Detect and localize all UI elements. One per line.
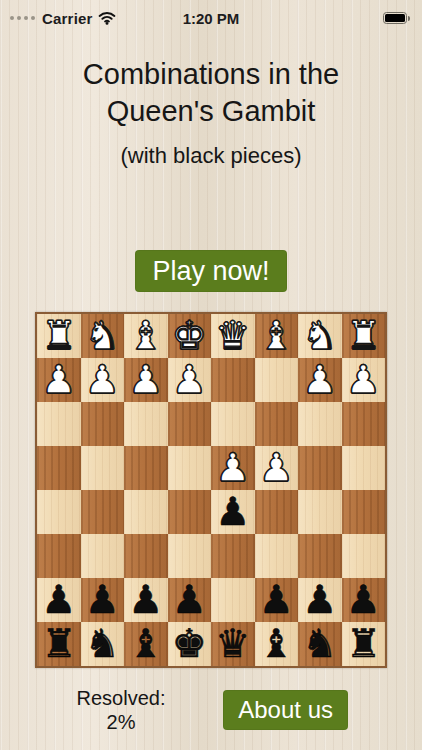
square-h1: ♜: [37, 314, 81, 358]
square-g7: ♟: [81, 578, 125, 622]
square-e4: [168, 446, 212, 490]
piece-black-B: ♝: [128, 622, 163, 666]
square-h7: ♟: [37, 578, 81, 622]
resolved-stat: Resolved: 2%: [60, 686, 182, 734]
cellular-signal-icon: [10, 16, 35, 20]
square-c2: [255, 358, 299, 402]
square-a7: ♟: [342, 578, 386, 622]
status-bar: Carrier 1:20 PM: [0, 0, 422, 30]
square-d1: ♛: [211, 314, 255, 358]
piece-white-P: ♟: [215, 446, 250, 490]
piece-white-R: ♜: [41, 314, 76, 358]
square-c5: [255, 490, 299, 534]
piece-black-K: ♚: [172, 622, 207, 666]
square-h2: ♟: [37, 358, 81, 402]
piece-white-K: ♚: [172, 314, 207, 358]
square-a5: [342, 490, 386, 534]
square-b4: [298, 446, 342, 490]
title-line-1: Combinations in the: [83, 56, 339, 93]
square-h8: ♜: [37, 622, 81, 666]
footer: Resolved: 2% About us: [0, 686, 422, 734]
piece-white-P: ♟: [302, 358, 337, 402]
piece-white-B: ♝: [259, 314, 294, 358]
app-screen: Carrier 1:20 PM Combinations in the Quee…: [0, 0, 422, 750]
square-a3: [342, 402, 386, 446]
square-d4: ♟: [211, 446, 255, 490]
piece-black-N: ♞: [85, 622, 120, 666]
square-c1: ♝: [255, 314, 299, 358]
piece-black-R: ♜: [346, 622, 381, 666]
square-h4: [37, 446, 81, 490]
square-b6: [298, 534, 342, 578]
piece-white-N: ♞: [302, 314, 337, 358]
square-c4: ♟: [255, 446, 299, 490]
square-b3: [298, 402, 342, 446]
wifi-icon: [98, 11, 116, 25]
square-a4: [342, 446, 386, 490]
square-d3: [211, 402, 255, 446]
square-h3: [37, 402, 81, 446]
piece-black-R: ♜: [41, 622, 76, 666]
square-a2: ♟: [342, 358, 386, 402]
resolved-label: Resolved:: [60, 686, 182, 710]
square-g8: ♞: [81, 622, 125, 666]
square-e1: ♚: [168, 314, 212, 358]
square-d5: ♟: [211, 490, 255, 534]
piece-black-P: ♟: [302, 578, 337, 622]
square-g1: ♞: [81, 314, 125, 358]
piece-white-P: ♟: [259, 446, 294, 490]
square-f7: ♟: [124, 578, 168, 622]
square-e5: [168, 490, 212, 534]
square-f1: ♝: [124, 314, 168, 358]
square-e2: ♟: [168, 358, 212, 402]
square-c3: [255, 402, 299, 446]
piece-white-B: ♝: [128, 314, 163, 358]
piece-white-N: ♞: [85, 314, 120, 358]
piece-white-Q: ♛: [215, 314, 250, 358]
piece-black-P: ♟: [128, 578, 163, 622]
square-h6: [37, 534, 81, 578]
page-title: Combinations in the Queen's Gambit: [83, 56, 339, 130]
resolved-value: 2%: [60, 710, 182, 734]
square-f4: [124, 446, 168, 490]
square-b1: ♞: [298, 314, 342, 358]
square-h5: [37, 490, 81, 534]
piece-black-P: ♟: [41, 578, 76, 622]
square-g6: [81, 534, 125, 578]
square-d8: ♛: [211, 622, 255, 666]
page-subtitle: (with black pieces): [121, 143, 302, 169]
square-g3: [81, 402, 125, 446]
square-b2: ♟: [298, 358, 342, 402]
about-us-button[interactable]: About us: [223, 690, 348, 730]
piece-white-P: ♟: [172, 358, 207, 402]
square-d2: [211, 358, 255, 402]
piece-black-Q: ♛: [215, 622, 250, 666]
piece-black-P: ♟: [346, 578, 381, 622]
piece-white-P: ♟: [346, 358, 381, 402]
square-e3: [168, 402, 212, 446]
square-d6: [211, 534, 255, 578]
piece-white-R: ♜: [346, 314, 381, 358]
square-b5: [298, 490, 342, 534]
square-e8: ♚: [168, 622, 212, 666]
square-b7: ♟: [298, 578, 342, 622]
play-now-button[interactable]: Play now!: [135, 250, 286, 292]
square-f8: ♝: [124, 622, 168, 666]
carrier-label: Carrier: [42, 10, 93, 27]
battery-icon: [383, 12, 410, 24]
piece-black-P: ♟: [172, 578, 207, 622]
piece-white-P: ♟: [128, 358, 163, 402]
square-c7: ♟: [255, 578, 299, 622]
piece-white-P: ♟: [41, 358, 76, 402]
square-f2: ♟: [124, 358, 168, 402]
square-g5: [81, 490, 125, 534]
square-c8: ♝: [255, 622, 299, 666]
piece-black-P: ♟: [259, 578, 294, 622]
square-b8: ♞: [298, 622, 342, 666]
chess-board: ♜♞♝♚♛♝♞♜♟♟♟♟♟♟♟♟♟♟♟♟♟♟♟♟♜♞♝♚♛♝♞♜: [35, 312, 387, 668]
square-a6: [342, 534, 386, 578]
square-a1: ♜: [342, 314, 386, 358]
square-f5: [124, 490, 168, 534]
piece-black-B: ♝: [259, 622, 294, 666]
square-f6: [124, 534, 168, 578]
piece-white-P: ♟: [85, 358, 120, 402]
square-g4: [81, 446, 125, 490]
square-a8: ♜: [342, 622, 386, 666]
status-left: Carrier: [10, 10, 116, 27]
piece-black-N: ♞: [302, 622, 337, 666]
square-d7: [211, 578, 255, 622]
square-f3: [124, 402, 168, 446]
square-e7: ♟: [168, 578, 212, 622]
title-line-2: Queen's Gambit: [83, 93, 339, 130]
square-g2: ♟: [81, 358, 125, 402]
square-e6: [168, 534, 212, 578]
piece-black-P: ♟: [85, 578, 120, 622]
square-c6: [255, 534, 299, 578]
piece-black-P: ♟: [215, 490, 250, 534]
